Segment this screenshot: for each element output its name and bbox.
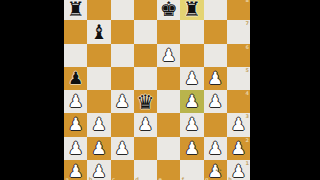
file-label-f: f (182, 177, 184, 180)
piece-white-pawn[interactable]: ♟ (115, 140, 130, 157)
piece-white-pawn[interactable]: ♟ (184, 70, 199, 87)
chess-board: ♜♚♜8♝7♟6♟♟♟5♟♟♛♟♟4♟♟♟♟♟3♟♟♟♟♟♟2♟a♟bcdef♟… (64, 0, 250, 180)
square-b5[interactable] (87, 67, 110, 90)
piece-white-pawn[interactable]: ♟ (161, 47, 176, 64)
square-b4[interactable] (87, 90, 110, 113)
square-e8[interactable]: ♚ (157, 0, 180, 20)
rank-label-1: 1 (246, 161, 249, 166)
square-f7[interactable] (180, 20, 203, 43)
square-e2[interactable] (157, 137, 180, 160)
square-h8[interactable]: 8 (227, 0, 250, 20)
square-a7[interactable] (64, 20, 87, 43)
piece-white-pawn[interactable]: ♟ (68, 93, 83, 110)
file-label-e: e (159, 177, 162, 180)
square-h5[interactable]: 5 (227, 67, 250, 90)
square-h3[interactable]: ♟3 (227, 113, 250, 136)
square-h7[interactable]: 7 (227, 20, 250, 43)
square-g6[interactable] (204, 44, 227, 67)
square-a5[interactable]: ♟ (64, 67, 87, 90)
piece-white-pawn[interactable]: ♟ (91, 163, 106, 180)
square-b1[interactable]: ♟b (87, 160, 110, 180)
piece-white-pawn[interactable]: ♟ (68, 116, 83, 133)
square-d8[interactable] (134, 0, 157, 20)
square-c3[interactable] (111, 113, 134, 136)
square-a4[interactable]: ♟ (64, 90, 87, 113)
square-e1[interactable]: e (157, 160, 180, 180)
square-d5[interactable] (134, 67, 157, 90)
square-a2[interactable]: ♟ (64, 137, 87, 160)
square-h1[interactable]: ♟1h (227, 160, 250, 180)
square-c8[interactable] (111, 0, 134, 20)
piece-white-pawn[interactable]: ♟ (208, 140, 223, 157)
file-label-c: c (112, 177, 115, 180)
square-f3[interactable]: ♟ (180, 113, 203, 136)
piece-black-bishop[interactable]: ♝ (90, 22, 108, 42)
rank-label-8: 8 (246, 0, 249, 3)
square-b6[interactable] (87, 44, 110, 67)
square-b8[interactable] (87, 0, 110, 20)
piece-black-queen[interactable]: ♛ (136, 92, 154, 112)
square-g3[interactable] (204, 113, 227, 136)
rank-label-4: 4 (246, 91, 249, 96)
square-a6[interactable] (64, 44, 87, 67)
piece-white-pawn[interactable]: ♟ (91, 140, 106, 157)
square-d6[interactable] (134, 44, 157, 67)
square-f1[interactable]: f (180, 160, 203, 180)
rank-label-2: 2 (246, 138, 249, 143)
square-d4[interactable]: ♛ (134, 90, 157, 113)
square-e4[interactable] (157, 90, 180, 113)
piece-white-pawn[interactable]: ♟ (184, 116, 199, 133)
square-g7[interactable] (204, 20, 227, 43)
square-c1[interactable]: c (111, 160, 134, 180)
square-a1[interactable]: ♟a (64, 160, 87, 180)
piece-white-pawn[interactable]: ♟ (231, 163, 246, 180)
rank-label-6: 6 (246, 45, 249, 50)
letterbox-right (250, 0, 320, 180)
square-h4[interactable]: 4 (227, 90, 250, 113)
piece-white-pawn[interactable]: ♟ (68, 163, 83, 180)
piece-white-pawn[interactable]: ♟ (184, 93, 199, 110)
piece-white-pawn[interactable]: ♟ (208, 70, 223, 87)
piece-black-rook[interactable]: ♜ (67, 0, 85, 19)
square-g5[interactable]: ♟ (204, 67, 227, 90)
square-c2[interactable]: ♟ (111, 137, 134, 160)
square-e3[interactable] (157, 113, 180, 136)
square-a8[interactable]: ♜ (64, 0, 87, 20)
rank-label-3: 3 (246, 114, 249, 119)
square-e5[interactable] (157, 67, 180, 90)
piece-white-pawn[interactable]: ♟ (138, 116, 153, 133)
square-h2[interactable]: ♟2 (227, 137, 250, 160)
square-c4[interactable]: ♟ (111, 90, 134, 113)
piece-white-pawn[interactable]: ♟ (184, 140, 199, 157)
square-g2[interactable]: ♟ (204, 137, 227, 160)
square-d1[interactable]: d (134, 160, 157, 180)
square-d7[interactable] (134, 20, 157, 43)
file-label-d: d (135, 177, 139, 180)
square-g4[interactable]: ♟ (204, 90, 227, 113)
square-d2[interactable] (134, 137, 157, 160)
square-f2[interactable]: ♟ (180, 137, 203, 160)
square-h6[interactable]: 6 (227, 44, 250, 67)
square-b3[interactable]: ♟ (87, 113, 110, 136)
square-b2[interactable]: ♟ (87, 137, 110, 160)
piece-black-rook[interactable]: ♜ (183, 0, 201, 19)
tiny-overlay-marks: ••• (211, 168, 223, 173)
square-c6[interactable] (111, 44, 134, 67)
video-frame: ♜♚♜8♝7♟6♟♟♟5♟♟♛♟♟4♟♟♟♟♟3♟♟♟♟♟♟2♟a♟bcdef♟… (0, 0, 320, 180)
piece-white-pawn[interactable]: ♟ (91, 116, 106, 133)
square-e7[interactable] (157, 20, 180, 43)
square-f4[interactable]: ♟ (180, 90, 203, 113)
square-a3[interactable]: ♟ (64, 113, 87, 136)
square-e6[interactable]: ♟ (157, 44, 180, 67)
piece-white-pawn[interactable]: ♟ (208, 93, 223, 110)
square-c5[interactable] (111, 67, 134, 90)
square-d3[interactable]: ♟ (134, 113, 157, 136)
rank-label-5: 5 (246, 68, 249, 73)
piece-white-pawn[interactable]: ♟ (231, 116, 246, 133)
square-f5[interactable]: ♟ (180, 67, 203, 90)
piece-white-pawn[interactable]: ♟ (68, 140, 83, 157)
piece-black-pawn[interactable]: ♟ (68, 70, 83, 87)
square-f8[interactable]: ♜ (180, 0, 203, 20)
rank-label-7: 7 (246, 21, 249, 26)
square-g8[interactable] (204, 0, 227, 20)
piece-white-pawn[interactable]: ♟ (231, 140, 246, 157)
piece-white-pawn[interactable]: ♟ (115, 93, 130, 110)
square-f6[interactable] (180, 44, 203, 67)
piece-black-king[interactable]: ♚ (160, 0, 178, 19)
letterbox-left (0, 0, 64, 180)
square-b7[interactable]: ♝ (87, 20, 110, 43)
square-c7[interactable] (111, 20, 134, 43)
